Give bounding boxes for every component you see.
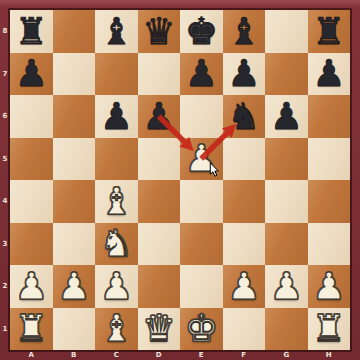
rank-label-4: 4 [0,197,10,205]
white-bishop[interactable]: ♝ [95,180,138,223]
black-king[interactable]: ♚ [180,10,223,53]
chess-board[interactable]: ♜♝♛♚♝♜♟♟♟♟♟♟♞♟♟♝♞♟♟♟♟♟♟♜♝♛♚♜ [10,10,350,350]
square-a6[interactable] [10,95,53,138]
rank-label-8: 8 [0,27,10,35]
square-b7[interactable] [53,53,96,96]
white-knight[interactable]: ♞ [95,223,138,266]
square-a3[interactable] [10,223,53,266]
file-label-g: G [265,351,308,359]
square-a1[interactable]: ♜ [10,308,53,351]
square-d1[interactable]: ♛ [138,308,181,351]
square-d5[interactable] [138,138,181,181]
square-a7[interactable]: ♟ [10,53,53,96]
square-h8[interactable]: ♜ [308,10,351,53]
square-h3[interactable] [308,223,351,266]
black-pawn[interactable]: ♟ [223,53,266,96]
square-e8[interactable]: ♚ [180,10,223,53]
square-b5[interactable] [53,138,96,181]
square-f2[interactable]: ♟ [223,265,266,308]
square-c1[interactable]: ♝ [95,308,138,351]
white-pawn[interactable]: ♟ [265,265,308,308]
square-g4[interactable] [265,180,308,223]
square-c3[interactable]: ♞ [95,223,138,266]
black-pawn[interactable]: ♟ [265,95,308,138]
white-king[interactable]: ♚ [180,308,223,351]
square-g2[interactable]: ♟ [265,265,308,308]
file-label-f: F [223,351,266,359]
rank-label-6: 6 [0,112,10,120]
square-c5[interactable] [95,138,138,181]
white-rook[interactable]: ♜ [308,308,351,351]
square-h4[interactable] [308,180,351,223]
square-b3[interactable] [53,223,96,266]
white-pawn[interactable]: ♟ [10,265,53,308]
square-e2[interactable] [180,265,223,308]
square-h6[interactable] [308,95,351,138]
file-label-e: E [180,351,223,359]
white-pawn[interactable]: ♟ [308,265,351,308]
white-queen[interactable]: ♛ [138,308,181,351]
square-d6[interactable]: ♟ [138,95,181,138]
rank-label-2: 2 [0,282,10,290]
square-a8[interactable]: ♜ [10,10,53,53]
white-rook[interactable]: ♜ [10,308,53,351]
square-d3[interactable] [138,223,181,266]
square-a4[interactable] [10,180,53,223]
square-a2[interactable]: ♟ [10,265,53,308]
square-e3[interactable] [180,223,223,266]
square-e4[interactable] [180,180,223,223]
black-pawn[interactable]: ♟ [308,53,351,96]
black-rook[interactable]: ♜ [10,10,53,53]
square-g7[interactable] [265,53,308,96]
square-d8[interactable]: ♛ [138,10,181,53]
rank-label-3: 3 [0,240,10,248]
square-e1[interactable]: ♚ [180,308,223,351]
rank-label-7: 7 [0,70,10,78]
white-pawn[interactable]: ♟ [223,265,266,308]
black-knight[interactable]: ♞ [223,95,266,138]
square-d4[interactable] [138,180,181,223]
square-b6[interactable] [53,95,96,138]
square-e5[interactable]: ♟ [180,138,223,181]
square-b2[interactable]: ♟ [53,265,96,308]
square-f5[interactable] [223,138,266,181]
square-f4[interactable] [223,180,266,223]
black-pawn[interactable]: ♟ [138,95,181,138]
square-h1[interactable]: ♜ [308,308,351,351]
rank-label-5: 5 [0,155,10,163]
square-e6[interactable] [180,95,223,138]
square-g6[interactable]: ♟ [265,95,308,138]
square-g1[interactable] [265,308,308,351]
black-bishop[interactable]: ♝ [95,10,138,53]
white-pawn[interactable]: ♟ [53,265,96,308]
black-pawn[interactable]: ♟ [10,53,53,96]
square-f3[interactable] [223,223,266,266]
black-queen[interactable]: ♛ [138,10,181,53]
square-c4[interactable]: ♝ [95,180,138,223]
square-f6[interactable]: ♞ [223,95,266,138]
square-e7[interactable]: ♟ [180,53,223,96]
file-label-a: A [10,351,53,359]
square-c6[interactable]: ♟ [95,95,138,138]
square-g8[interactable] [265,10,308,53]
square-h5[interactable] [308,138,351,181]
square-h2[interactable]: ♟ [308,265,351,308]
square-c7[interactable] [95,53,138,96]
square-a5[interactable] [10,138,53,181]
square-f1[interactable] [223,308,266,351]
square-c2[interactable]: ♟ [95,265,138,308]
rank-label-1: 1 [0,325,10,333]
square-c8[interactable]: ♝ [95,10,138,53]
square-d7[interactable] [138,53,181,96]
square-h7[interactable]: ♟ [308,53,351,96]
square-b8[interactable] [53,10,96,53]
file-label-h: H [308,351,351,359]
square-b4[interactable] [53,180,96,223]
square-b1[interactable] [53,308,96,351]
white-pawn[interactable]: ♟ [180,138,223,181]
chess-board-frame: ♜♝♛♚♝♜♟♟♟♟♟♟♞♟♟♝♞♟♟♟♟♟♟♜♝♛♚♜ 87654321ABC… [0,0,360,360]
black-pawn[interactable]: ♟ [95,95,138,138]
black-rook[interactable]: ♜ [308,10,351,53]
square-g5[interactable] [265,138,308,181]
file-label-d: D [138,351,181,359]
square-f8[interactable]: ♝ [223,10,266,53]
black-bishop[interactable]: ♝ [223,10,266,53]
white-pawn[interactable]: ♟ [95,265,138,308]
square-g3[interactable] [265,223,308,266]
file-label-b: B [53,351,96,359]
square-d2[interactable] [138,265,181,308]
black-pawn[interactable]: ♟ [180,53,223,96]
file-label-c: C [95,351,138,359]
square-f7[interactable]: ♟ [223,53,266,96]
white-bishop[interactable]: ♝ [95,308,138,351]
